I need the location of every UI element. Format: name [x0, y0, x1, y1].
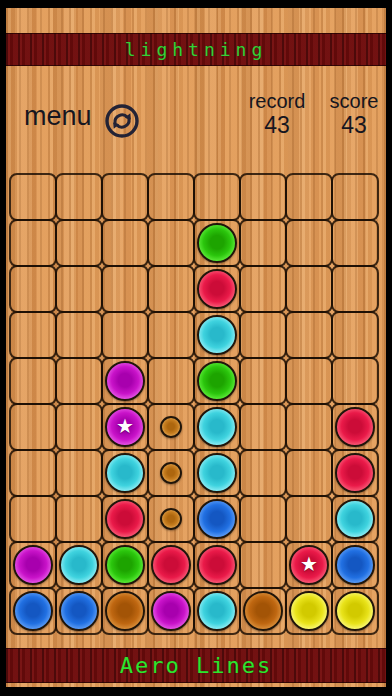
cell-r9c4[interactable]	[147, 541, 195, 589]
cell-r6c7[interactable]	[285, 403, 333, 451]
cell-r4c7[interactable]	[285, 311, 333, 359]
ball-green[interactable]	[105, 545, 145, 585]
cell-r2c8[interactable]	[331, 219, 379, 267]
ball-red[interactable]	[197, 269, 237, 309]
ball-cyan[interactable]	[197, 407, 237, 447]
refresh-icon[interactable]	[104, 103, 140, 139]
ball-red-star[interactable]: ★	[289, 545, 329, 585]
cell-r1c4[interactable]	[147, 173, 195, 221]
ball-yellow[interactable]	[289, 591, 329, 631]
game-screen: lightning menu record 43 score 43 ★★ Aer…	[6, 8, 386, 687]
cell-r9c2[interactable]	[55, 541, 103, 589]
ball-blue[interactable]	[335, 545, 375, 585]
cell-r4c2[interactable]	[55, 311, 103, 359]
cell-r6c1[interactable]	[9, 403, 57, 451]
ball-red[interactable]	[335, 453, 375, 493]
star-icon: ★	[300, 554, 318, 574]
cell-r10c7[interactable]	[285, 587, 333, 635]
cell-r10c4[interactable]	[147, 587, 195, 635]
preview-ball-orange-preview[interactable]	[160, 416, 182, 438]
cell-r2c6[interactable]	[239, 219, 287, 267]
cell-r9c7[interactable]: ★	[285, 541, 333, 589]
cell-r3c7[interactable]	[285, 265, 333, 313]
cell-r2c7[interactable]	[285, 219, 333, 267]
cell-r8c7[interactable]	[285, 495, 333, 543]
menu-button[interactable]: menu	[24, 101, 92, 132]
title-bar: lightning	[6, 33, 386, 66]
ball-red[interactable]	[197, 545, 237, 585]
ball-cyan[interactable]	[105, 453, 145, 493]
cell-r9c8[interactable]	[331, 541, 379, 589]
cell-r4c4[interactable]	[147, 311, 195, 359]
cell-r9c3[interactable]	[101, 541, 149, 589]
cell-r5c3[interactable]	[101, 357, 149, 405]
cell-r5c5[interactable]	[193, 357, 241, 405]
ball-orange[interactable]	[243, 591, 283, 631]
ball-blue[interactable]	[197, 499, 237, 539]
cell-r5c6[interactable]	[239, 357, 287, 405]
cell-r8c8[interactable]	[331, 495, 379, 543]
cell-r10c1[interactable]	[9, 587, 57, 635]
cell-r3c3[interactable]	[101, 265, 149, 313]
cell-r3c6[interactable]	[239, 265, 287, 313]
ball-cyan[interactable]	[335, 499, 375, 539]
ball-magenta[interactable]	[151, 591, 191, 631]
cell-r8c4[interactable]	[147, 495, 195, 543]
cell-r7c7[interactable]	[285, 449, 333, 497]
cell-r1c8[interactable]	[331, 173, 379, 221]
cell-r6c8[interactable]	[331, 403, 379, 451]
cell-r1c6[interactable]	[239, 173, 287, 221]
cell-r10c5[interactable]	[193, 587, 241, 635]
record-value: 43	[235, 112, 319, 138]
cell-r2c1[interactable]	[9, 219, 57, 267]
cell-r5c7[interactable]	[285, 357, 333, 405]
ball-orange[interactable]	[105, 591, 145, 631]
cell-r8c5[interactable]	[193, 495, 241, 543]
cell-r3c4[interactable]	[147, 265, 195, 313]
preview-ball-orange-preview[interactable]	[160, 508, 182, 530]
cell-r2c3[interactable]	[101, 219, 149, 267]
cell-r5c1[interactable]	[9, 357, 57, 405]
cell-r10c2[interactable]	[55, 587, 103, 635]
ball-red[interactable]	[105, 499, 145, 539]
cell-r2c2[interactable]	[55, 219, 103, 267]
cell-r6c2[interactable]	[55, 403, 103, 451]
ball-red[interactable]	[151, 545, 191, 585]
cell-r7c6[interactable]	[239, 449, 287, 497]
cell-r5c4[interactable]	[147, 357, 195, 405]
cell-r9c1[interactable]	[9, 541, 57, 589]
record-stat: record 43	[235, 90, 319, 138]
app-window: lightning menu record 43 score 43 ★★ Aer…	[0, 0, 392, 696]
cell-r4c6[interactable]	[239, 311, 287, 359]
cell-r7c3[interactable]	[101, 449, 149, 497]
footer-bar: Aero Lines	[6, 648, 386, 683]
cell-r1c1[interactable]	[9, 173, 57, 221]
game-title: Aero Lines	[120, 653, 272, 678]
cell-r1c2[interactable]	[55, 173, 103, 221]
board: ★★	[10, 174, 378, 634]
record-label: record	[235, 90, 319, 112]
cell-r6c3[interactable]: ★	[101, 403, 149, 451]
cell-r2c4[interactable]	[147, 219, 195, 267]
cell-r4c1[interactable]	[9, 311, 57, 359]
cell-r10c6[interactable]	[239, 587, 287, 635]
ball-magenta[interactable]	[105, 361, 145, 401]
preview-ball-orange-preview[interactable]	[160, 462, 182, 484]
cell-r7c8[interactable]	[331, 449, 379, 497]
ball-magenta[interactable]	[13, 545, 53, 585]
cell-r7c1[interactable]	[9, 449, 57, 497]
ball-cyan[interactable]	[59, 545, 99, 585]
ball-magenta-star[interactable]: ★	[105, 407, 145, 447]
score-stat: score 43	[312, 90, 386, 138]
cell-r10c8[interactable]	[331, 587, 379, 635]
score-value: 43	[312, 112, 386, 138]
cell-r1c7[interactable]	[285, 173, 333, 221]
cell-r9c6[interactable]	[239, 541, 287, 589]
ball-yellow[interactable]	[335, 591, 375, 631]
cell-r1c5[interactable]	[193, 173, 241, 221]
cell-r8c2[interactable]	[55, 495, 103, 543]
ball-cyan[interactable]	[197, 591, 237, 631]
ball-cyan[interactable]	[197, 315, 237, 355]
cell-r4c5[interactable]	[193, 311, 241, 359]
cell-r9c5[interactable]	[193, 541, 241, 589]
ball-green[interactable]	[197, 361, 237, 401]
mode-title: lightning	[125, 39, 268, 60]
ball-red[interactable]	[335, 407, 375, 447]
star-icon: ★	[116, 416, 134, 436]
cell-r3c1[interactable]	[9, 265, 57, 313]
cell-r1c3[interactable]	[101, 173, 149, 221]
ball-blue[interactable]	[13, 591, 53, 631]
cell-r10c3[interactable]	[101, 587, 149, 635]
cell-r2c5[interactable]	[193, 219, 241, 267]
ball-blue[interactable]	[59, 591, 99, 631]
ball-cyan[interactable]	[197, 453, 237, 493]
cell-r3c5[interactable]	[193, 265, 241, 313]
cell-r7c2[interactable]	[55, 449, 103, 497]
cell-r4c8[interactable]	[331, 311, 379, 359]
cell-r4c3[interactable]	[101, 311, 149, 359]
cell-r7c4[interactable]	[147, 449, 195, 497]
cell-r3c2[interactable]	[55, 265, 103, 313]
cell-r5c8[interactable]	[331, 357, 379, 405]
cell-r3c8[interactable]	[331, 265, 379, 313]
cell-r8c1[interactable]	[9, 495, 57, 543]
cell-r6c6[interactable]	[239, 403, 287, 451]
ball-green[interactable]	[197, 223, 237, 263]
cell-r8c6[interactable]	[239, 495, 287, 543]
cell-r7c5[interactable]	[193, 449, 241, 497]
cell-r8c3[interactable]	[101, 495, 149, 543]
cell-r6c4[interactable]	[147, 403, 195, 451]
cell-r6c5[interactable]	[193, 403, 241, 451]
score-label: score	[312, 90, 386, 112]
cell-r5c2[interactable]	[55, 357, 103, 405]
